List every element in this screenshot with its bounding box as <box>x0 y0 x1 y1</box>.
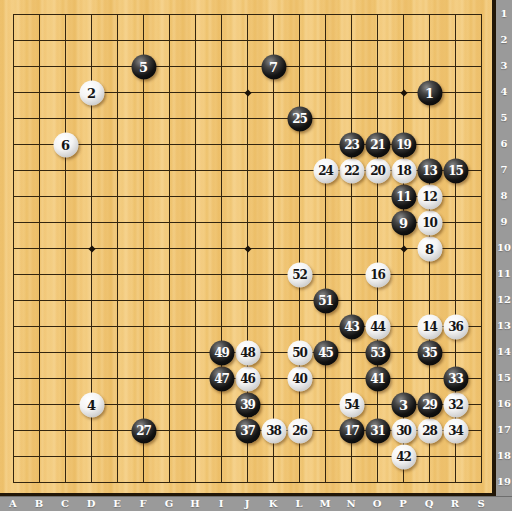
stone-black-5: 5 <box>131 54 156 79</box>
row-label-2: 2 <box>501 35 508 45</box>
stone-white-52: 52 <box>287 262 312 287</box>
star-point <box>400 89 407 96</box>
row-label-18: 18 <box>497 451 511 461</box>
row-label-5: 5 <box>501 113 508 123</box>
stone-white-42: 42 <box>391 444 416 469</box>
stone-black-15: 15 <box>443 158 468 183</box>
stone-white-44: 44 <box>365 314 390 339</box>
column-label-M: M <box>319 499 330 509</box>
stone-white-40: 40 <box>287 366 312 391</box>
stone-white-26: 26 <box>287 418 312 443</box>
column-label-F: F <box>139 499 146 509</box>
stone-black-25: 25 <box>287 106 312 131</box>
column-label-G: G <box>165 499 174 509</box>
stone-white-16: 16 <box>365 262 390 287</box>
stone-black-3: 3 <box>391 392 416 417</box>
stone-white-28: 28 <box>417 418 442 443</box>
stone-white-50: 50 <box>287 340 312 365</box>
column-label-H: H <box>190 499 199 509</box>
stone-white-6: 6 <box>53 132 78 157</box>
column-label-Q: Q <box>425 499 434 509</box>
row-label-13: 13 <box>497 321 511 331</box>
column-label-B: B <box>35 499 43 509</box>
stone-black-7: 7 <box>261 54 286 79</box>
stone-white-22: 22 <box>339 158 364 183</box>
row-label-1: 1 <box>501 9 508 19</box>
column-label-E: E <box>113 499 121 509</box>
stone-white-2: 2 <box>79 80 104 105</box>
row-label-15: 15 <box>497 373 511 383</box>
stone-white-46: 46 <box>235 366 260 391</box>
grid-line-vertical <box>299 14 300 483</box>
grid-line-vertical <box>325 14 326 483</box>
stone-white-34: 34 <box>443 418 468 443</box>
stone-white-54: 54 <box>339 392 364 417</box>
grid-line-horizontal <box>13 326 482 327</box>
stone-black-27: 27 <box>131 418 156 443</box>
row-label-8: 8 <box>501 191 508 201</box>
row-label-7: 7 <box>501 165 508 175</box>
column-label-N: N <box>346 499 355 509</box>
stone-black-21: 21 <box>365 132 390 157</box>
row-label-4: 4 <box>501 87 508 97</box>
stone-black-53: 53 <box>365 340 390 365</box>
stone-black-41: 41 <box>365 366 390 391</box>
row-label-10: 10 <box>497 243 511 253</box>
stone-black-13: 13 <box>417 158 442 183</box>
stone-white-48: 48 <box>235 340 260 365</box>
grid-line-horizontal <box>13 274 482 275</box>
stone-white-20: 20 <box>365 158 390 183</box>
grid-line-horizontal <box>13 482 482 483</box>
row-label-19: 19 <box>497 477 511 487</box>
stone-black-9: 9 <box>391 210 416 235</box>
column-label-O: O <box>373 499 382 509</box>
column-label-J: J <box>245 499 250 509</box>
stone-black-45: 45 <box>313 340 338 365</box>
grid-line-vertical <box>481 14 482 483</box>
row-label-16: 16 <box>497 399 511 409</box>
star-point <box>244 89 251 96</box>
stone-black-17: 17 <box>339 418 364 443</box>
row-label-6: 6 <box>501 139 508 149</box>
column-label-L: L <box>295 499 302 509</box>
column-label-S: S <box>477 499 484 509</box>
row-label-3: 3 <box>501 61 508 71</box>
stone-white-32: 32 <box>443 392 468 417</box>
column-label-R: R <box>451 499 459 509</box>
stone-black-51: 51 <box>313 288 338 313</box>
column-label-P: P <box>399 499 407 509</box>
stone-black-31: 31 <box>365 418 390 443</box>
board-surface[interactable]: 1234567891011121314151617181920212223242… <box>0 0 496 497</box>
column-label-D: D <box>87 499 96 509</box>
stone-black-37: 37 <box>235 418 260 443</box>
stone-black-1: 1 <box>417 80 442 105</box>
stone-white-14: 14 <box>417 314 442 339</box>
stone-white-24: 24 <box>313 158 338 183</box>
row-label-17: 17 <box>497 425 511 435</box>
row-label-14: 14 <box>497 347 511 357</box>
stone-white-18: 18 <box>391 158 416 183</box>
stone-black-19: 19 <box>391 132 416 157</box>
stone-white-30: 30 <box>391 418 416 443</box>
row-label-12: 12 <box>497 295 511 305</box>
stone-white-8: 8 <box>417 236 442 261</box>
stone-white-10: 10 <box>417 210 442 235</box>
stone-black-23: 23 <box>339 132 364 157</box>
stone-black-47: 47 <box>209 366 234 391</box>
stone-white-38: 38 <box>261 418 286 443</box>
grid-line-vertical <box>273 14 274 483</box>
stone-white-12: 12 <box>417 184 442 209</box>
star-point <box>244 245 251 252</box>
stone-black-39: 39 <box>235 392 260 417</box>
grid-line-horizontal <box>13 300 482 301</box>
column-label-A: A <box>9 499 17 509</box>
stone-black-33: 33 <box>443 366 468 391</box>
column-coordinates-strip: ABCDEFGHIJKLMNOPQRS <box>0 497 512 511</box>
column-label-I: I <box>219 499 224 509</box>
stone-black-11: 11 <box>391 184 416 209</box>
go-kifu-viewer: 1234567891011121314151617181920212223242… <box>0 0 512 511</box>
stone-black-49: 49 <box>209 340 234 365</box>
row-label-9: 9 <box>501 217 508 227</box>
star-point <box>400 245 407 252</box>
grid-line-vertical <box>377 14 378 483</box>
star-point <box>88 245 95 252</box>
stone-black-35: 35 <box>417 340 442 365</box>
row-coordinates-strip: 12345678910111213141516171819 <box>496 0 512 511</box>
column-label-C: C <box>61 499 69 509</box>
row-label-11: 11 <box>497 269 511 279</box>
column-label-K: K <box>269 499 278 509</box>
stone-black-43: 43 <box>339 314 364 339</box>
stone-white-36: 36 <box>443 314 468 339</box>
stone-black-29: 29 <box>417 392 442 417</box>
stone-white-4: 4 <box>79 392 104 417</box>
